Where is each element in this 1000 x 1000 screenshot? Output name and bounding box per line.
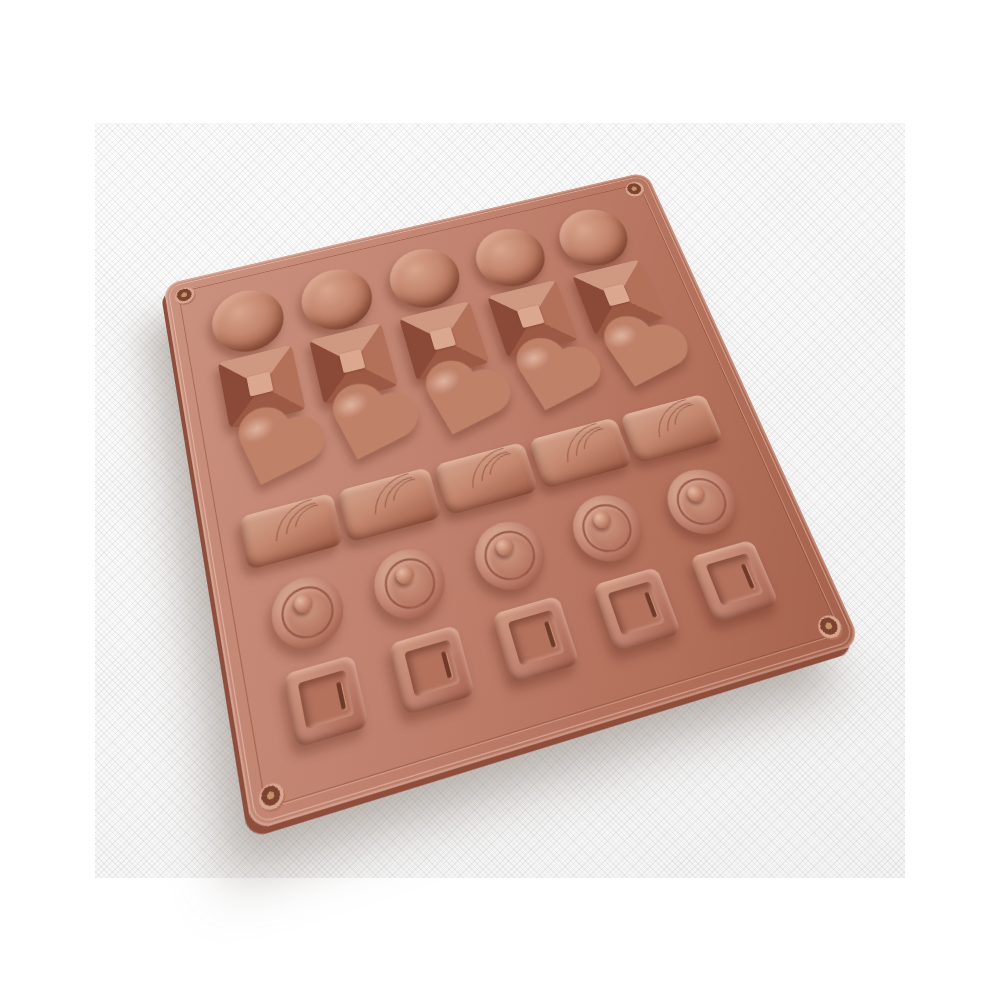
cavity-swirl-bar	[434, 442, 539, 516]
bar-s1	[553, 418, 632, 490]
mold-cell	[369, 610, 497, 730]
corner-hole	[623, 180, 648, 199]
cavity-square-well	[592, 567, 681, 653]
cavity-pyramid	[309, 323, 398, 405]
mold-cell	[263, 640, 390, 763]
mold-cell	[458, 219, 564, 298]
mold-cell	[408, 361, 521, 454]
cavity-swirl-bar	[528, 418, 633, 490]
pyr-top	[429, 327, 456, 351]
round-knob	[591, 509, 613, 530]
pyr-top	[517, 305, 544, 328]
round-ring	[576, 499, 639, 558]
bar-s3	[385, 471, 441, 525]
cavity-square-well	[689, 539, 779, 623]
bar-s2	[374, 467, 443, 539]
cavity-pyramid	[572, 259, 664, 335]
cavity-dome	[551, 203, 637, 273]
corner-hole	[257, 780, 287, 815]
mold-cell	[541, 200, 647, 277]
bar-s3	[287, 497, 344, 552]
cavity-swirl-bar	[239, 493, 344, 571]
cavity-pyramid	[218, 345, 306, 429]
mold-cell	[572, 554, 701, 667]
mold-cell	[521, 405, 640, 502]
heart-hl	[422, 363, 465, 399]
pyr-top	[603, 284, 631, 307]
round-knob	[494, 536, 516, 557]
mold-cell	[428, 430, 546, 530]
cavity-swirl-bar	[337, 467, 442, 543]
cavity-pyramid	[487, 280, 578, 358]
cavity-heart	[336, 395, 405, 459]
mold-cell	[315, 385, 427, 480]
cavity-heart	[519, 349, 588, 410]
bar-s3	[667, 397, 720, 447]
corner-hole	[814, 613, 846, 643]
bar-s1	[361, 467, 442, 543]
mold-cell	[332, 454, 449, 556]
bar-s2	[565, 418, 633, 486]
bar-s2	[471, 442, 539, 512]
round-ring	[670, 473, 734, 530]
mold-cell	[499, 339, 613, 430]
cavity-square-well	[283, 654, 369, 747]
cavity-dome	[468, 223, 554, 294]
sq-slot	[644, 592, 657, 618]
bar-s1	[459, 442, 539, 516]
cavity-swirl-round	[368, 541, 454, 627]
bar-s3	[576, 421, 630, 472]
bar-s2	[657, 394, 724, 461]
heart-hl	[512, 341, 555, 376]
mold-cell	[350, 529, 472, 640]
mold-cell	[286, 259, 390, 342]
sq-slot	[441, 651, 452, 679]
sq-well	[298, 670, 354, 729]
mold-cell	[563, 256, 673, 339]
cavity-swirl-round	[564, 488, 652, 570]
bar-s2	[275, 493, 344, 567]
round-ring	[379, 553, 441, 615]
pyr-top	[247, 372, 273, 397]
mold-cell	[478, 277, 588, 362]
cavity-swirl-round	[266, 569, 350, 658]
mold-cell	[390, 298, 499, 385]
round-knob	[685, 483, 708, 503]
mold-cell	[220, 408, 332, 506]
bar-s3	[482, 446, 537, 499]
cavity-heart	[608, 327, 677, 387]
mold-cell	[208, 342, 315, 433]
pyr-top	[339, 349, 366, 374]
cavity-pyramid	[399, 301, 489, 381]
cavity-dome	[383, 242, 468, 315]
bar-s1	[261, 493, 343, 571]
sq-well	[404, 640, 461, 697]
round-ring	[277, 581, 338, 645]
mold-cell	[373, 239, 478, 320]
mold-cell	[248, 557, 369, 671]
heart-hl	[235, 410, 279, 448]
heart-hl	[600, 319, 643, 353]
mold-cell	[613, 382, 732, 477]
sq-slot	[544, 621, 556, 648]
cavity-swirl-round	[467, 514, 554, 598]
mold-cell	[233, 480, 349, 585]
mold-cell	[300, 319, 408, 408]
sq-slot	[336, 682, 346, 711]
round-knob	[395, 564, 417, 586]
mold-cell	[472, 582, 601, 698]
heart-hl	[330, 387, 374, 424]
mold-cell	[670, 526, 800, 636]
product-photo	[0, 0, 1000, 1000]
cavity-square-well	[389, 624, 476, 715]
cavity-heart	[429, 372, 498, 435]
bar-s1	[646, 394, 724, 464]
cavity-swirl-round	[658, 462, 747, 542]
mold-cell	[587, 317, 702, 405]
cavity-dome	[296, 263, 380, 338]
mold-cell	[546, 477, 670, 582]
sq-well	[705, 553, 763, 605]
cavity-dome	[207, 283, 290, 359]
mold-cell	[640, 451, 765, 553]
cavity-heart	[240, 419, 309, 485]
round-knob	[293, 592, 315, 615]
round-ring	[479, 525, 541, 586]
sq-well	[507, 610, 564, 665]
mold-cell	[197, 279, 300, 364]
sq-well	[608, 581, 666, 635]
mold-cell	[449, 503, 572, 611]
corner-hole	[174, 285, 197, 307]
cavity-swirl-bar	[620, 394, 725, 464]
cavity-square-well	[492, 595, 580, 683]
sq-slot	[741, 564, 755, 590]
